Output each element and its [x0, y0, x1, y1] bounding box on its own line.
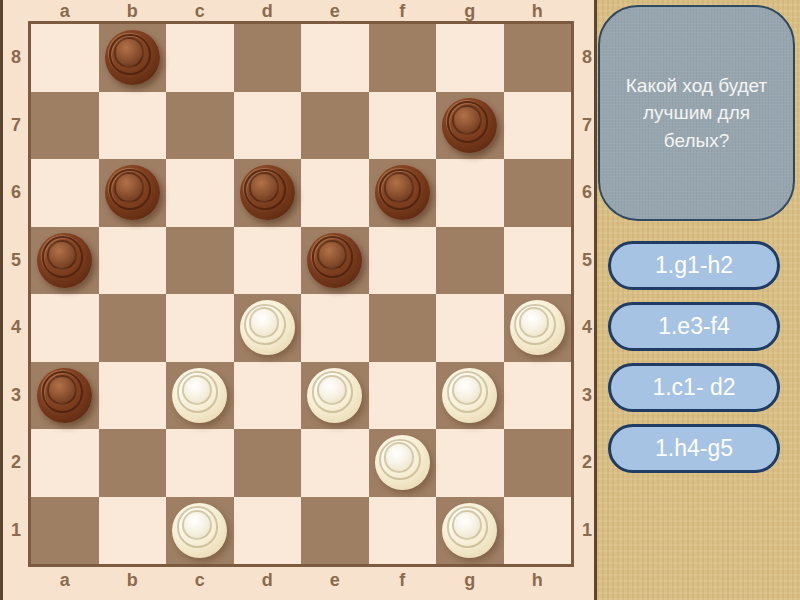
square-f4 — [369, 294, 437, 362]
question-panel: Какой ход будет лучшим для белых? — [598, 5, 795, 221]
black-piece-b6 — [105, 165, 160, 220]
square-e2 — [301, 429, 369, 497]
black-piece-a3 — [37, 368, 92, 423]
quiz-slide: abcdefgh 87654321 87654321 abcdefgh Како… — [0, 0, 800, 600]
square-d8 — [234, 24, 302, 92]
square-h5 — [504, 227, 572, 295]
square-g8 — [436, 24, 504, 92]
file-label-d: d — [262, 1, 273, 22]
file-label-h: h — [532, 570, 543, 591]
square-b3 — [99, 362, 167, 430]
square-b7 — [99, 92, 167, 160]
rank-label-6: 6 — [582, 182, 592, 203]
square-e6 — [301, 159, 369, 227]
white-piece-e3 — [307, 368, 362, 423]
square-f1 — [369, 497, 437, 565]
square-g6 — [436, 159, 504, 227]
square-a6 — [31, 159, 99, 227]
square-f3 — [369, 362, 437, 430]
rank-label-4: 4 — [582, 317, 592, 338]
question-text: Какой ход будет лучшим для белых? — [600, 72, 793, 155]
square-f6 — [369, 159, 437, 227]
square-e1 — [301, 497, 369, 565]
square-d5 — [234, 227, 302, 295]
square-d3 — [234, 362, 302, 430]
square-b4 — [99, 294, 167, 362]
square-f5 — [369, 227, 437, 295]
square-b6 — [99, 159, 167, 227]
board-panel: abcdefgh 87654321 87654321 abcdefgh — [0, 0, 597, 600]
answer-button-c1-d2[interactable]: 1.c1- d2 — [608, 363, 780, 412]
white-piece-g3 — [442, 368, 497, 423]
file-label-a: a — [60, 570, 70, 591]
quiz-panel: Какой ход будет лучшим для белых? 1.g1-h… — [597, 0, 800, 600]
black-piece-d6 — [240, 165, 295, 220]
square-a4 — [31, 294, 99, 362]
white-piece-f2 — [375, 435, 430, 490]
answer-button-h4-g5[interactable]: 1.h4-g5 — [608, 424, 780, 473]
square-d4 — [234, 294, 302, 362]
white-piece-d4 — [240, 300, 295, 355]
square-h2 — [504, 429, 572, 497]
square-d1 — [234, 497, 302, 565]
file-labels-top: abcdefgh — [31, 1, 571, 22]
square-f8 — [369, 24, 437, 92]
square-h7 — [504, 92, 572, 160]
square-e7 — [301, 92, 369, 160]
file-label-e: e — [330, 1, 340, 22]
square-e3 — [301, 362, 369, 430]
rank-label-3: 3 — [11, 385, 21, 406]
black-piece-b8 — [105, 30, 160, 85]
file-label-d: d — [262, 570, 273, 591]
square-g5 — [436, 227, 504, 295]
square-a1 — [31, 497, 99, 565]
rank-label-8: 8 — [11, 47, 21, 68]
rank-label-2: 2 — [11, 452, 21, 473]
square-c6 — [166, 159, 234, 227]
rank-label-1: 1 — [11, 520, 21, 541]
rank-label-7: 7 — [11, 115, 21, 136]
rank-label-5: 5 — [11, 250, 21, 271]
square-a3 — [31, 362, 99, 430]
file-label-b: b — [127, 570, 138, 591]
square-b2 — [99, 429, 167, 497]
file-label-f: f — [399, 570, 405, 591]
rank-label-4: 4 — [11, 317, 21, 338]
white-piece-c3 — [172, 368, 227, 423]
square-h8 — [504, 24, 572, 92]
square-c1 — [166, 497, 234, 565]
square-h4 — [504, 294, 572, 362]
square-f7 — [369, 92, 437, 160]
file-label-f: f — [399, 1, 405, 22]
answer-button-e3-f4[interactable]: 1.e3-f4 — [608, 302, 780, 351]
rank-label-1: 1 — [582, 520, 592, 541]
square-c3 — [166, 362, 234, 430]
rank-label-5: 5 — [582, 250, 592, 271]
black-piece-e5 — [307, 233, 362, 288]
square-a2 — [31, 429, 99, 497]
rank-label-2: 2 — [582, 452, 592, 473]
rank-labels-left: 87654321 — [6, 24, 26, 564]
square-c4 — [166, 294, 234, 362]
file-label-b: b — [127, 1, 138, 22]
square-d6 — [234, 159, 302, 227]
square-d7 — [234, 92, 302, 160]
square-h6 — [504, 159, 572, 227]
square-g7 — [436, 92, 504, 160]
file-label-g: g — [464, 1, 475, 22]
white-piece-c1 — [172, 503, 227, 558]
square-e5 — [301, 227, 369, 295]
black-piece-g7 — [442, 98, 497, 153]
square-f2 — [369, 429, 437, 497]
square-d2 — [234, 429, 302, 497]
square-g2 — [436, 429, 504, 497]
square-g4 — [436, 294, 504, 362]
square-a5 — [31, 227, 99, 295]
file-label-g: g — [464, 570, 475, 591]
square-b8 — [99, 24, 167, 92]
white-piece-h4 — [510, 300, 565, 355]
square-c8 — [166, 24, 234, 92]
square-g1 — [436, 497, 504, 565]
answer-button-g1-h2[interactable]: 1.g1-h2 — [608, 241, 780, 290]
square-e4 — [301, 294, 369, 362]
rank-label-8: 8 — [582, 47, 592, 68]
rank-labels-right: 87654321 — [577, 24, 597, 564]
file-labels-bottom: abcdefgh — [31, 570, 571, 591]
file-label-e: e — [330, 570, 340, 591]
square-c2 — [166, 429, 234, 497]
square-c5 — [166, 227, 234, 295]
white-piece-g1 — [442, 503, 497, 558]
square-b5 — [99, 227, 167, 295]
square-a8 — [31, 24, 99, 92]
square-h1 — [504, 497, 572, 565]
square-a7 — [31, 92, 99, 160]
checkers-board — [28, 21, 574, 567]
black-piece-f6 — [375, 165, 430, 220]
file-label-h: h — [532, 1, 543, 22]
black-piece-a5 — [37, 233, 92, 288]
rank-label-3: 3 — [582, 385, 592, 406]
square-b1 — [99, 497, 167, 565]
file-label-c: c — [195, 1, 205, 22]
rank-label-7: 7 — [582, 115, 592, 136]
rank-label-6: 6 — [11, 182, 21, 203]
square-e8 — [301, 24, 369, 92]
square-h3 — [504, 362, 572, 430]
square-c7 — [166, 92, 234, 160]
file-label-a: a — [60, 1, 70, 22]
square-g3 — [436, 362, 504, 430]
file-label-c: c — [195, 570, 205, 591]
